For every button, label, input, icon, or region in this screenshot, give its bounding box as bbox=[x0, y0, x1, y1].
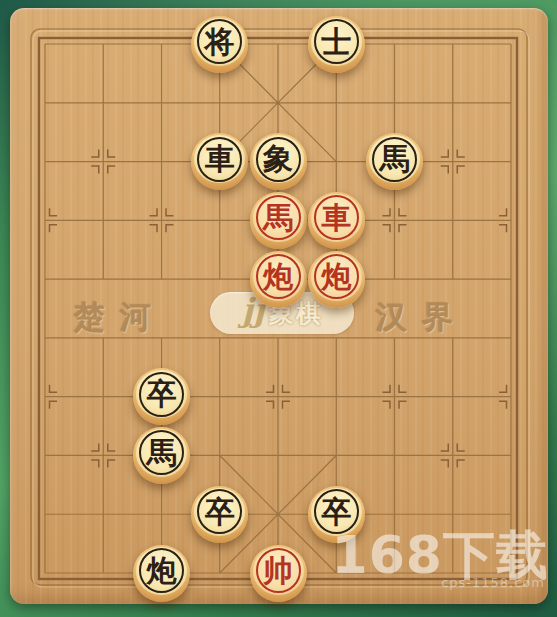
piece-black-cannon[interactable]: 炮 bbox=[133, 545, 190, 602]
river-label-hanjie: 汉界 bbox=[376, 297, 468, 339]
piece-face: 炮 bbox=[136, 547, 187, 595]
piece-face: 帅 bbox=[253, 547, 304, 595]
river-label-chuhe: 楚河 bbox=[74, 297, 166, 339]
watermark-small-text: cps-1158.com bbox=[441, 575, 545, 590]
piece-black-chariot[interactable]: 車 bbox=[191, 133, 248, 190]
piece-black-general[interactable]: 将 bbox=[191, 16, 248, 73]
piece-glyph: 卒 bbox=[139, 372, 184, 417]
piece-face: 士 bbox=[311, 18, 362, 66]
piece-face: 将 bbox=[194, 18, 245, 66]
piece-black-advisor[interactable]: 士 bbox=[308, 16, 365, 73]
piece-face: 卒 bbox=[194, 488, 245, 536]
piece-face: 馬 bbox=[253, 194, 304, 242]
piece-face: 車 bbox=[194, 135, 245, 183]
piece-glyph: 炮 bbox=[139, 548, 184, 593]
piece-glyph: 馬 bbox=[256, 195, 301, 240]
piece-glyph: 将 bbox=[197, 19, 242, 64]
piece-black-pawn[interactable]: 卒 bbox=[191, 486, 248, 543]
piece-glyph: 炮 bbox=[256, 254, 301, 299]
xiangqi-board[interactable]: 楚河 汉界 jj 象棋 将士車象馬馬車炮炮卒馬卒卒炮帅 bbox=[10, 8, 548, 604]
piece-red-general[interactable]: 帅 bbox=[250, 545, 307, 602]
piece-glyph: 馬 bbox=[139, 430, 184, 475]
piece-black-horse[interactable]: 馬 bbox=[366, 133, 423, 190]
piece-glyph: 卒 bbox=[197, 489, 242, 534]
piece-face: 炮 bbox=[311, 253, 362, 301]
piece-face: 炮 bbox=[253, 253, 304, 301]
piece-face: 象 bbox=[253, 135, 304, 183]
game-screen: 楚河 汉界 jj 象棋 将士車象馬馬車炮炮卒馬卒卒炮帅 168下载 cps-11… bbox=[0, 0, 557, 617]
piece-glyph: 炮 bbox=[314, 254, 359, 299]
piece-face: 馬 bbox=[369, 135, 420, 183]
piece-black-pawn[interactable]: 卒 bbox=[133, 368, 190, 425]
piece-glyph: 車 bbox=[197, 137, 242, 182]
piece-glyph: 帅 bbox=[256, 548, 301, 593]
piece-face: 卒 bbox=[136, 370, 187, 418]
piece-glyph: 象 bbox=[256, 137, 301, 182]
piece-face: 車 bbox=[311, 194, 362, 242]
piece-glyph: 車 bbox=[314, 195, 359, 240]
piece-red-cannon[interactable]: 炮 bbox=[308, 251, 365, 308]
piece-red-chariot[interactable]: 車 bbox=[308, 192, 365, 249]
piece-black-elephant[interactable]: 象 bbox=[250, 133, 307, 190]
piece-red-horse[interactable]: 馬 bbox=[250, 192, 307, 249]
piece-glyph: 馬 bbox=[372, 137, 417, 182]
piece-glyph: 士 bbox=[314, 19, 359, 64]
piece-red-cannon[interactable]: 炮 bbox=[250, 251, 307, 308]
piece-face: 馬 bbox=[136, 429, 187, 477]
piece-black-horse[interactable]: 馬 bbox=[133, 427, 190, 484]
